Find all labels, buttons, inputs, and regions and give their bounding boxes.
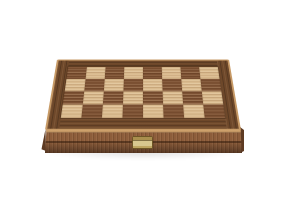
brass-clasp-icon: [132, 136, 153, 149]
board-square-r2c6: [162, 79, 182, 92]
product-photo: [0, 0, 290, 210]
board-square-r1c1: [66, 67, 86, 79]
board-square-r3c1: [63, 91, 85, 104]
board-top: [45, 60, 241, 130]
board-square-r3c8: [202, 91, 224, 104]
board-square-r1c8: [199, 67, 219, 79]
board-square-r1c2: [86, 67, 106, 79]
board-square-r1c3: [105, 67, 125, 79]
board-square-r4c2: [81, 104, 103, 118]
board-square-r4c7: [183, 104, 205, 118]
board-square-r2c1: [65, 79, 86, 92]
board-square-r2c7: [181, 79, 202, 92]
board-square-r2c5: [143, 79, 163, 92]
clasp-hinge-line: [133, 140, 152, 141]
board-square-r4c5: [143, 104, 164, 118]
board-square-r1c6: [162, 67, 182, 79]
board-square-r1c7: [180, 67, 200, 79]
board-square-r4c4: [122, 104, 143, 118]
board-square-r3c2: [83, 91, 104, 104]
board-square-r3c6: [163, 91, 184, 104]
board-square-r4c6: [163, 104, 184, 118]
board-square-r3c5: [143, 91, 163, 104]
chessboard-grid: [61, 67, 226, 118]
board-square-r2c3: [104, 79, 124, 92]
board-square-r3c4: [123, 91, 143, 104]
board-square-r2c8: [200, 79, 221, 92]
board-square-r3c3: [103, 91, 124, 104]
board-square-r4c3: [102, 104, 123, 118]
board-square-r3c7: [182, 91, 203, 104]
board-square-r1c5: [143, 67, 162, 79]
board-square-r4c8: [203, 104, 225, 118]
board-square-r2c4: [123, 79, 143, 92]
board-square-r2c2: [84, 79, 105, 92]
board-square-r4c1: [61, 104, 83, 118]
board-square-r1c4: [124, 67, 143, 79]
